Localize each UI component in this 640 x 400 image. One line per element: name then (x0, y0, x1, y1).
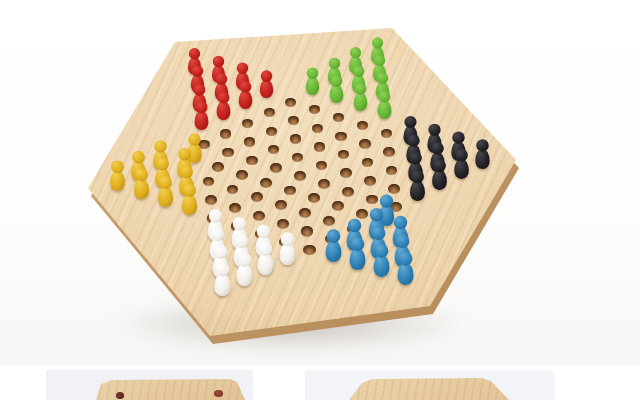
board-hole (388, 184, 400, 194)
peg-body (158, 186, 173, 207)
board-hole (359, 139, 370, 148)
peg-body (134, 178, 149, 199)
peg-head (370, 208, 383, 221)
board-hole (251, 192, 263, 202)
peg-head (235, 235, 249, 249)
peg-blue (396, 252, 414, 285)
board-hole (222, 148, 233, 158)
peg-white (257, 242, 275, 275)
peg-head (209, 209, 222, 222)
peg-head (372, 37, 383, 48)
board-hole (205, 195, 217, 205)
board-hole (253, 211, 265, 221)
peg-yellow (133, 168, 150, 199)
board-hole (244, 137, 255, 146)
board-hole (292, 153, 303, 163)
peg-body (110, 171, 125, 192)
peg-body (238, 90, 252, 109)
peg-yellow (157, 176, 174, 207)
board-hole (314, 142, 325, 151)
board-hole (356, 209, 368, 219)
peg-head (398, 252, 412, 266)
thumb-peg-hole (214, 390, 223, 397)
board-hole (309, 105, 320, 114)
peg-body (378, 100, 392, 119)
board-hole (242, 119, 253, 128)
chinese-checkers-board (0, 0, 640, 365)
peg-body (195, 111, 209, 130)
board-hole (332, 201, 344, 211)
peg-body (330, 84, 343, 103)
peg-head (159, 176, 172, 189)
board-hole (290, 134, 301, 143)
board-hole (284, 186, 296, 196)
peg-head (350, 237, 364, 251)
board-hole (288, 116, 299, 125)
peg-head (183, 184, 196, 197)
peg-head (374, 55, 385, 66)
peg-head (193, 84, 205, 96)
peg-body (454, 159, 469, 179)
product-photo-main[interactable] (0, 0, 640, 365)
peg-yellow (181, 184, 198, 215)
board-hole (268, 145, 279, 154)
peg-head (350, 47, 361, 58)
board-hole (366, 195, 378, 205)
peg-head (213, 55, 224, 66)
peg-white (235, 252, 253, 285)
peg-white (213, 263, 231, 297)
peg-black (453, 149, 470, 179)
peg-head (178, 148, 191, 161)
peg-head (326, 229, 340, 243)
peg-head (394, 216, 408, 230)
board-hole (203, 177, 215, 187)
board-hole (335, 132, 346, 141)
peg-head (111, 161, 124, 174)
board-hole (260, 178, 272, 188)
peg-black (409, 170, 426, 201)
peg-head (132, 150, 145, 163)
peg-body (373, 255, 389, 277)
peg-head (380, 194, 393, 207)
peg-head (328, 57, 339, 68)
peg-red (237, 81, 252, 109)
peg-head (429, 124, 441, 136)
peg-head (352, 65, 364, 77)
board-hole (264, 108, 275, 117)
peg-head (348, 219, 362, 233)
gallery-thumbnail-left[interactable] (46, 370, 253, 400)
board-hole (229, 203, 241, 213)
board-hole (301, 226, 313, 236)
peg-head (396, 234, 410, 248)
board-hole (220, 129, 231, 138)
peg-head (372, 226, 386, 240)
peg-head (191, 66, 203, 78)
board-hole (323, 216, 335, 226)
board-hole (364, 176, 376, 186)
board-hole (318, 179, 330, 189)
peg-head (409, 152, 422, 165)
peg-head (411, 170, 424, 183)
board-hole (312, 124, 323, 133)
thumb-peg-hole (116, 392, 124, 399)
board-hole (275, 200, 287, 210)
board-hole (362, 158, 374, 168)
peg-head (257, 224, 271, 238)
peg-body (306, 77, 319, 96)
peg-head (281, 232, 295, 246)
board-hole (299, 208, 311, 218)
peg-white (279, 232, 297, 265)
peg-head (135, 168, 148, 181)
peg-green (329, 75, 344, 103)
peg-blue (324, 229, 342, 262)
peg-head (180, 166, 193, 179)
peg-head (215, 73, 227, 85)
peg-blue (372, 244, 390, 277)
peg-head (211, 227, 225, 241)
peg-red (259, 71, 274, 99)
peg-head (217, 91, 229, 103)
peg-head (239, 81, 251, 93)
peg-head (237, 63, 249, 75)
board-hole (381, 129, 392, 138)
peg-head (433, 160, 446, 173)
board-hole (285, 98, 296, 107)
board-hole (316, 161, 328, 171)
peg-head (188, 134, 200, 146)
board-hole (303, 245, 316, 255)
peg-green (377, 91, 393, 119)
peg-head (189, 48, 200, 59)
peg-head (196, 101, 208, 113)
peg-body (432, 169, 447, 190)
peg-red (216, 91, 232, 119)
board-hole (294, 171, 306, 181)
board-hole (270, 163, 282, 173)
board-hole (386, 166, 398, 176)
board-hole (340, 168, 352, 178)
peg-head (407, 134, 419, 146)
peg-head (261, 71, 273, 83)
peg-green (353, 83, 368, 111)
peg-green (305, 68, 320, 96)
peg-head (156, 158, 169, 171)
peg-body (258, 253, 274, 275)
peg-blue (348, 237, 366, 270)
peg-black (431, 160, 448, 190)
peg-head (213, 245, 227, 259)
peg-body (397, 263, 413, 286)
peg-black (475, 139, 491, 169)
peg-head (431, 142, 444, 155)
peg-head (237, 252, 251, 266)
peg-body (214, 274, 230, 297)
peg-head (154, 140, 167, 153)
thumbnail-wood-board (305, 370, 555, 400)
peg-head (405, 116, 417, 128)
board-hole (338, 150, 349, 160)
board-hole (308, 193, 320, 203)
board-hole (236, 170, 248, 180)
peg-red (194, 101, 210, 130)
peg-head (355, 83, 367, 95)
peg-body (260, 79, 273, 98)
board-hole (277, 219, 289, 229)
peg-head (259, 242, 273, 256)
board-hole (342, 187, 354, 197)
peg-head (453, 131, 465, 143)
peg-head (477, 139, 490, 152)
peg-yellow (109, 161, 126, 192)
peg-head (379, 91, 391, 103)
board-hole (357, 121, 368, 130)
board-hole (227, 185, 239, 195)
board-hole (333, 113, 344, 122)
peg-head (233, 217, 247, 231)
board-hole (383, 147, 394, 156)
peg-body (354, 92, 368, 111)
gallery-thumbnail-right[interactable] (305, 370, 555, 400)
board-hole (246, 156, 257, 166)
board-hole (266, 127, 277, 136)
board-hole (212, 162, 224, 172)
